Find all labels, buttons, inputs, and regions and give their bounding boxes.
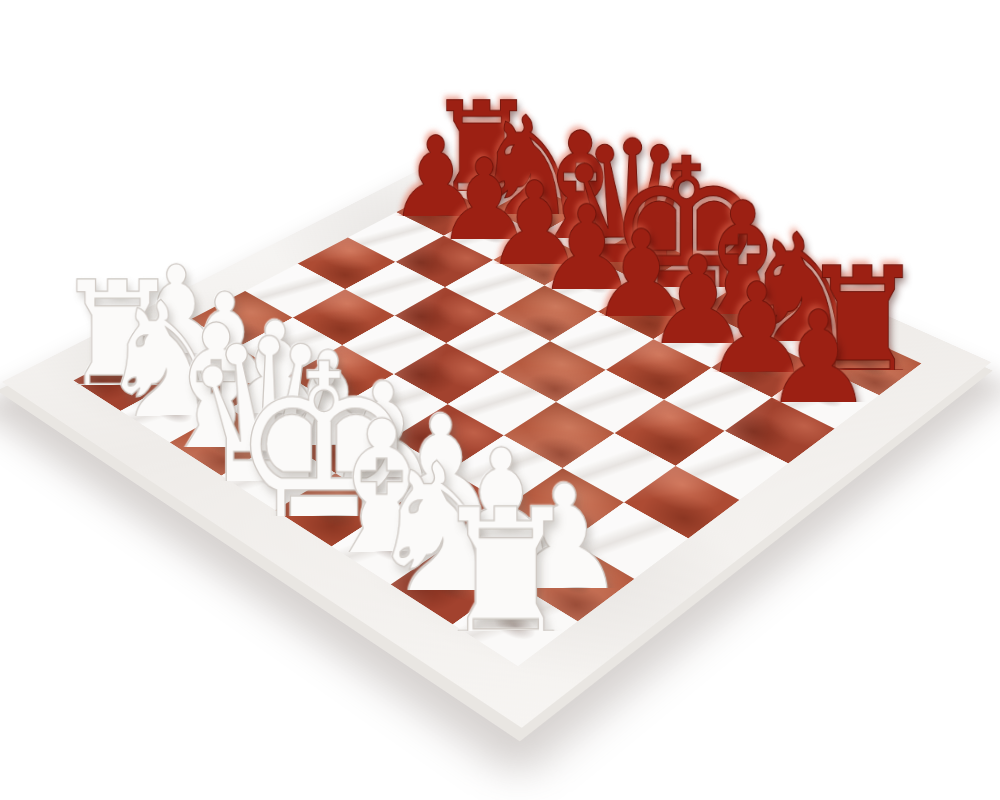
product-photo-background: ♜♟♞♟♝♟♛♟♚♟♝♟♟♞♜♟♟♜♞♟♟♝♟♛♟♚♟♝♟♞♟♜ xyxy=(0,0,1000,800)
chess-board: ♜♟♞♟♝♟♛♟♚♟♝♟♟♞♜♟♟♜♞♟♟♝♟♛♟♚♟♝♟♞♟♜ xyxy=(2,136,991,728)
white-rook-icon: ♜ xyxy=(391,438,620,630)
red-pawn-icon: ♟ xyxy=(719,259,917,402)
